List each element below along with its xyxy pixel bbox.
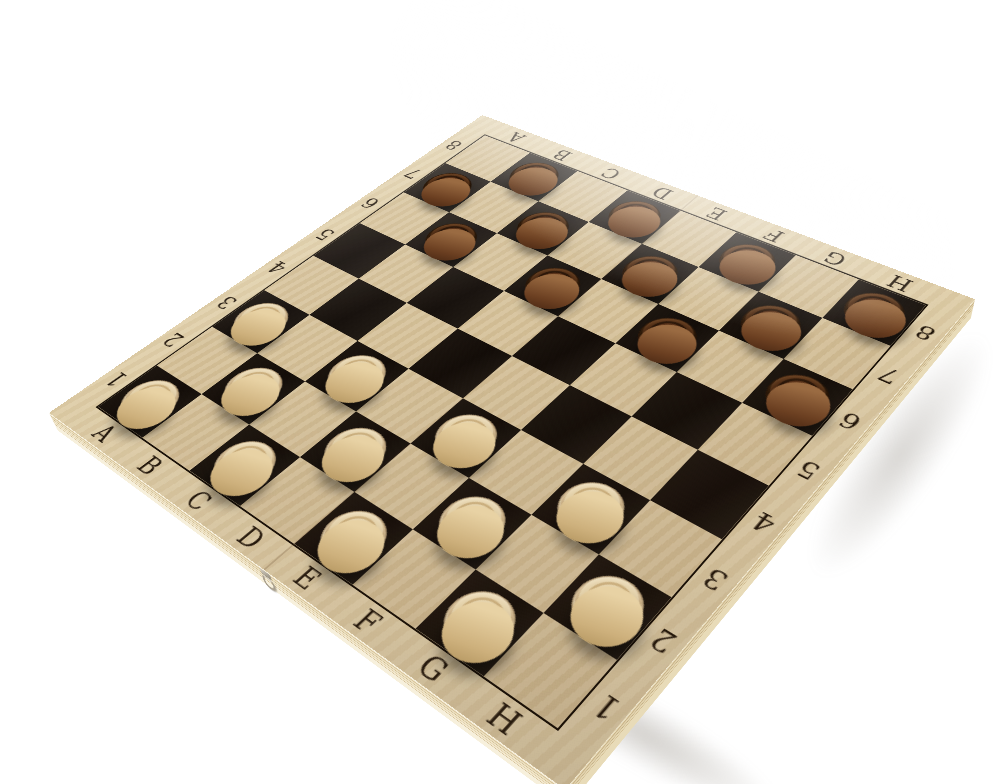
coord-label-bottom-file-f: F <box>349 605 387 638</box>
checker-light <box>557 565 658 648</box>
square-d1 <box>240 457 354 544</box>
checker-light <box>201 433 288 497</box>
square-e3 <box>411 398 522 478</box>
square-h7 <box>784 318 891 389</box>
square-f2 <box>413 478 532 570</box>
coord-label-top-file-e: E <box>703 205 730 222</box>
square-h5 <box>698 403 812 486</box>
square-g3 <box>531 464 650 555</box>
coord-label-top-file-g: G <box>821 248 851 267</box>
square-h6 <box>742 359 853 436</box>
coord-label-bottom-file-e: E <box>288 563 326 594</box>
coord-label-bottom-file-c: C <box>181 487 217 515</box>
coord-label-right-rank-1: 1 <box>588 688 627 724</box>
square-c1 <box>189 425 300 506</box>
square-f1 <box>353 529 476 628</box>
square-f3 <box>469 430 583 515</box>
square-g4 <box>583 416 697 500</box>
coord-label-bottom-file-a: A <box>88 421 121 445</box>
checker-light <box>422 406 509 469</box>
square-g5 <box>632 372 743 450</box>
square-h1 <box>484 613 617 728</box>
square-f5 <box>570 343 677 416</box>
checker-light <box>544 473 638 544</box>
square-d2 <box>300 411 411 491</box>
square-g2 <box>476 515 599 613</box>
square-e4 <box>463 356 570 430</box>
coord-label-top-file-b: B <box>550 147 576 162</box>
square-g1 <box>416 570 544 677</box>
photo-background: AABBCCDDEEFFGGHH8877665544332211 <box>0 0 1000 784</box>
checker-light <box>312 419 399 483</box>
coord-label-top-file-c: C <box>598 165 625 181</box>
checkers-board: AABBCCDDEEFFGGHH8877665544332211 <box>49 115 975 784</box>
square-h4 <box>650 450 769 540</box>
coord-label-top-file-a: A <box>504 130 529 144</box>
coord-label-bottom-file-d: D <box>232 523 270 553</box>
square-e1 <box>294 492 413 585</box>
square-f4 <box>521 385 632 464</box>
square-c2 <box>249 381 356 457</box>
square-h2 <box>544 554 672 660</box>
checker-light <box>425 487 519 559</box>
coord-label-right-rank-7: 7 <box>875 364 905 387</box>
square-d3 <box>356 369 463 444</box>
clasp-latch <box>257 565 279 592</box>
coord-label-right-rank-6: 6 <box>836 408 867 432</box>
coord-label-right-rank-4: 4 <box>748 508 782 536</box>
coord-label-right-rank-3: 3 <box>699 563 734 594</box>
coord-label-bottom-file-b: B <box>133 453 168 479</box>
playing-field <box>98 135 926 728</box>
coord-label-right-rank-8: 8 <box>912 322 941 343</box>
coord-label-right-rank-2: 2 <box>646 623 683 656</box>
square-h3 <box>599 500 722 597</box>
coord-label-bottom-file-g: G <box>412 650 454 687</box>
coord-label-right-rank-5: 5 <box>793 456 825 482</box>
square-g6 <box>677 331 784 403</box>
coord-label-top-file-f: F <box>761 226 788 244</box>
square-b1 <box>142 394 249 471</box>
square-e2 <box>354 444 468 530</box>
